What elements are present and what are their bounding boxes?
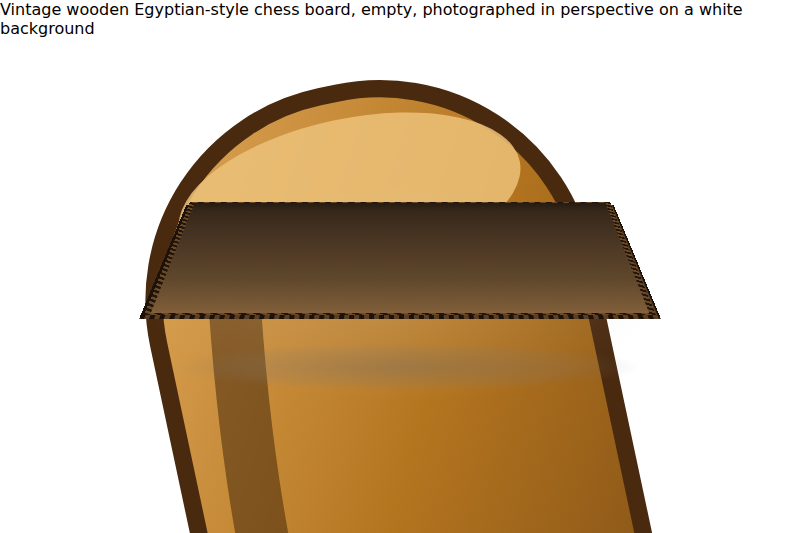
product-photo-stage: Vintage wooden Egyptian-style chess boar… (0, 0, 800, 533)
photo-caption: Vintage wooden Egyptian-style chess boar… (0, 0, 800, 38)
board-shadow (103, 336, 707, 398)
board (144, 202, 656, 315)
playing-field (162, 209, 639, 308)
